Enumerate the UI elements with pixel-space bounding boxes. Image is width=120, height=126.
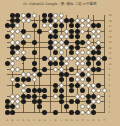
black-stone	[32, 40, 37, 45]
black-stone	[5, 34, 10, 39]
black-stone	[80, 40, 85, 45]
white-stone	[75, 18, 80, 23]
black-stone	[102, 56, 107, 61]
white-stone	[21, 34, 26, 39]
go-game-screenshot: 白: AlphaGo Google - 黑: 樊麾 二段 白中盤勝 ABCDEF…	[0, 0, 120, 126]
row-number-label: 6	[109, 84, 111, 87]
black-stone	[75, 34, 80, 39]
white-stone	[96, 94, 101, 99]
white-stone	[59, 50, 64, 55]
white-stone	[10, 67, 15, 72]
black-stone	[69, 67, 74, 72]
black-stone	[26, 94, 31, 99]
white-stone	[75, 94, 80, 99]
row-number-label: 7	[109, 78, 111, 81]
row-number-label: 19	[109, 14, 112, 17]
black-stone	[59, 61, 64, 66]
black-stone	[75, 29, 80, 34]
black-stone	[32, 23, 37, 28]
column-label: S	[98, 119, 100, 122]
white-stone	[96, 40, 101, 45]
black-stone	[10, 13, 15, 18]
white-stone	[75, 56, 80, 61]
white-stone	[53, 13, 58, 18]
black-stone	[37, 88, 42, 93]
column-label: T	[103, 119, 105, 122]
white-stone	[91, 83, 96, 88]
black-stone	[69, 110, 74, 115]
white-stone	[86, 45, 91, 50]
row-number-label: 3	[109, 100, 111, 103]
black-stone	[48, 13, 53, 18]
star-point	[87, 30, 89, 32]
row-number-label: 16	[109, 30, 112, 33]
white-stone	[21, 18, 26, 23]
column-label: E	[28, 119, 30, 122]
black-stone	[96, 67, 101, 72]
white-stone	[10, 99, 15, 104]
black-stone	[37, 72, 42, 77]
white-stone	[48, 29, 53, 34]
black-stone	[75, 99, 80, 104]
white-stone	[86, 40, 91, 45]
black-stone	[48, 45, 53, 50]
black-stone	[42, 94, 47, 99]
column-label: R	[93, 119, 95, 122]
black-stone	[53, 83, 58, 88]
black-stone	[86, 34, 91, 39]
white-stone	[86, 23, 91, 28]
white-stone	[53, 67, 58, 72]
white-stone	[26, 18, 31, 23]
white-stone	[21, 72, 26, 77]
black-stone	[42, 13, 47, 18]
white-stone	[64, 56, 69, 61]
black-stone	[32, 67, 37, 72]
white-stone	[75, 61, 80, 66]
black-stone	[32, 50, 37, 55]
white-stone	[10, 40, 15, 45]
white-stone	[91, 99, 96, 104]
white-stone	[86, 72, 91, 77]
black-stone	[48, 18, 53, 23]
black-stone	[48, 61, 53, 66]
black-stone	[80, 72, 85, 77]
black-stone	[15, 13, 20, 18]
black-stone	[48, 34, 53, 39]
black-stone	[21, 94, 26, 99]
white-stone	[91, 88, 96, 93]
white-stone	[86, 104, 91, 109]
black-stone	[75, 45, 80, 50]
white-stone	[32, 77, 37, 82]
row-number-label: 4	[109, 95, 111, 98]
black-stone	[10, 18, 15, 23]
black-stone	[32, 99, 37, 104]
white-stone	[80, 18, 85, 23]
black-stone	[91, 110, 96, 115]
black-stone	[5, 23, 10, 28]
white-stone	[91, 45, 96, 50]
row-number-label: 9	[109, 68, 111, 71]
white-stone	[48, 56, 53, 61]
column-label: N	[71, 119, 73, 122]
white-stone	[59, 67, 64, 72]
white-stone	[75, 72, 80, 77]
black-stone	[59, 88, 64, 93]
white-stone	[59, 83, 64, 88]
black-stone	[32, 61, 37, 66]
white-stone	[10, 34, 15, 39]
row-number-label: 1	[109, 111, 111, 114]
row-number-label: 5	[109, 89, 111, 92]
black-stone	[42, 67, 47, 72]
white-stone	[59, 34, 64, 39]
white-stone	[10, 94, 15, 99]
black-stone	[32, 94, 37, 99]
black-stone	[21, 99, 26, 104]
white-stone	[86, 67, 91, 72]
white-stone	[15, 94, 20, 99]
white-stone	[10, 29, 15, 34]
white-stone	[64, 61, 69, 66]
white-stone	[102, 88, 107, 93]
black-stone	[86, 61, 91, 66]
black-stone	[21, 40, 26, 45]
black-stone	[59, 23, 64, 28]
black-stone	[64, 40, 69, 45]
white-stone	[15, 40, 20, 45]
white-stone	[53, 45, 58, 50]
white-stone	[32, 72, 37, 77]
white-stone	[59, 13, 64, 18]
black-stone	[53, 29, 58, 34]
white-stone	[21, 83, 26, 88]
black-stone	[75, 110, 80, 115]
black-stone	[59, 94, 64, 99]
black-stone	[59, 99, 64, 104]
row-number-label: 8	[109, 73, 111, 76]
column-label: C	[17, 119, 19, 122]
white-stone	[21, 88, 26, 93]
black-stone	[59, 72, 64, 77]
black-stone	[64, 18, 69, 23]
column-label: J	[50, 119, 51, 122]
white-stone	[80, 94, 85, 99]
white-stone	[80, 56, 85, 61]
black-stone	[86, 77, 91, 82]
white-stone	[64, 45, 69, 50]
black-stone	[86, 99, 91, 104]
white-stone	[86, 18, 91, 23]
black-stone	[26, 13, 31, 18]
black-stone	[91, 67, 96, 72]
black-stone	[91, 94, 96, 99]
white-stone	[64, 34, 69, 39]
black-stone	[64, 72, 69, 77]
column-label: H	[44, 119, 46, 122]
white-stone	[80, 83, 85, 88]
white-stone	[80, 110, 85, 115]
black-stone	[10, 110, 15, 115]
white-stone	[86, 110, 91, 115]
row-number-label: 12	[109, 51, 112, 54]
row-number-label: 14	[109, 41, 112, 44]
white-stone	[91, 34, 96, 39]
white-stone	[26, 72, 31, 77]
row-number-label: 13	[109, 46, 112, 49]
row-number-label: 17	[109, 24, 112, 27]
white-stone	[86, 50, 91, 55]
white-stone	[15, 67, 20, 72]
white-stone	[21, 13, 26, 18]
white-stone	[91, 29, 96, 34]
black-stone	[59, 56, 64, 61]
column-label: M	[65, 119, 67, 122]
black-stone	[5, 99, 10, 104]
white-stone	[53, 18, 58, 23]
white-stone	[80, 67, 85, 72]
black-stone	[48, 40, 53, 45]
row-number-label: 2	[109, 105, 111, 108]
black-stone	[37, 29, 42, 34]
black-stone	[59, 77, 64, 82]
black-stone	[53, 110, 58, 115]
black-stone	[21, 56, 26, 61]
black-stone	[21, 29, 26, 34]
white-stone	[59, 18, 64, 23]
black-stone	[5, 61, 10, 66]
column-label: A	[6, 119, 8, 122]
white-stone	[10, 56, 15, 61]
white-stone	[80, 29, 85, 34]
white-stone	[86, 83, 91, 88]
column-label: F	[33, 119, 34, 122]
black-stone	[86, 94, 91, 99]
column-label: Q	[87, 119, 89, 122]
white-stone	[53, 56, 58, 61]
column-label: K	[55, 119, 57, 122]
go-board: ABCDEFGHJKLMNOPQRST191817161514131211109…	[0, 0, 120, 126]
row-number-label: 11	[109, 57, 112, 60]
white-stone	[32, 13, 37, 18]
black-stone	[5, 104, 10, 109]
column-label: O	[76, 119, 78, 122]
white-stone	[53, 94, 58, 99]
row-number-label: 15	[109, 35, 112, 38]
white-stone	[10, 61, 15, 66]
row-number-label: 18	[109, 19, 112, 22]
row-number-label: 10	[109, 62, 112, 65]
black-stone	[75, 40, 80, 45]
white-stone	[59, 45, 64, 50]
black-stone	[86, 56, 91, 61]
black-stone	[42, 110, 47, 115]
black-stone	[10, 45, 15, 50]
column-label: G	[38, 119, 40, 122]
black-stone	[91, 56, 96, 61]
black-stone	[32, 88, 37, 93]
column-label: D	[22, 119, 24, 122]
black-stone	[37, 99, 42, 104]
white-stone	[59, 40, 64, 45]
black-stone	[75, 83, 80, 88]
white-stone	[53, 40, 58, 45]
column-label: P	[82, 119, 84, 122]
white-stone	[64, 29, 69, 34]
column-label: B	[12, 119, 14, 122]
column-label: L	[60, 119, 61, 122]
black-stone	[5, 110, 10, 115]
